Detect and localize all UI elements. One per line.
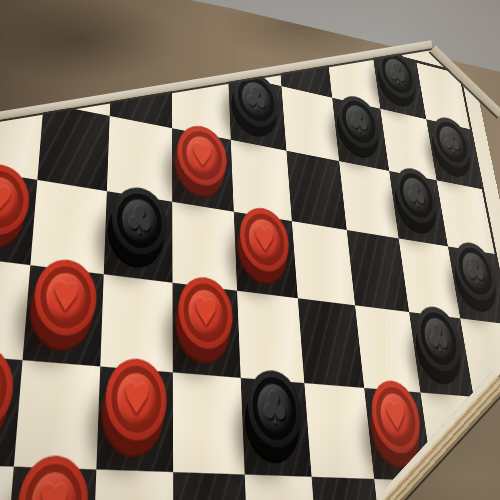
black-checker-r4c4[interactable]: ♣ <box>111 183 167 258</box>
red-checker-r3c5[interactable]: ♥ <box>177 121 228 189</box>
square-r3c3[interactable] <box>37 103 109 191</box>
square-r4c7 <box>292 221 355 305</box>
apple-carving-icon: ♥ <box>178 274 234 351</box>
square-r6c3 <box>14 360 100 469</box>
red-checker-r4c6[interactable]: ♥ <box>239 204 291 274</box>
square-r6c7 <box>304 383 374 479</box>
checkers-photo-scene: ♣♣♣♣♣♣♣♣♣♥♥♥♥♥♥♥♥♥♥ <box>0 0 500 500</box>
square-r2c7 <box>281 86 339 161</box>
apple-carving-icon: ♥ <box>104 356 166 442</box>
maple-leaf-carving-icon: ♣ <box>336 92 383 152</box>
maple-leaf-carving-icon: ♣ <box>111 183 167 258</box>
square-r7c5[interactable] <box>173 472 249 500</box>
black-checker-r6c6[interactable]: ♣ <box>246 368 304 448</box>
red-checker-r5c3[interactable]: ♥ <box>32 256 98 338</box>
red-checker-r5c5[interactable]: ♥ <box>178 274 234 351</box>
apple-carving-icon: ♥ <box>15 454 90 500</box>
square-r3c7[interactable] <box>286 151 346 230</box>
black-checker-r2c8[interactable]: ♣ <box>336 92 383 152</box>
maple-leaf-carving-icon: ♣ <box>246 368 304 448</box>
red-checker-r7c3[interactable]: ♥ <box>15 454 90 500</box>
square-r7c4 <box>92 469 174 500</box>
square-r7c6 <box>245 475 320 500</box>
apple-carving-icon: ♥ <box>239 204 291 274</box>
red-checker-r6c4[interactable]: ♥ <box>104 356 166 442</box>
apple-carving-icon: ♥ <box>177 121 228 189</box>
apple-carving-icon: ♥ <box>32 256 98 338</box>
square-r5c7[interactable] <box>298 298 364 388</box>
square-r6c5 <box>173 372 245 474</box>
